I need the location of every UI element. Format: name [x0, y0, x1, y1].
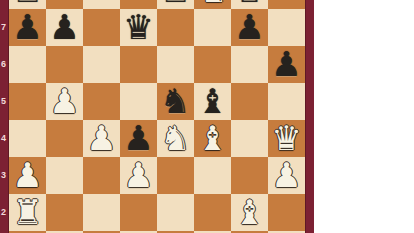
square-c6[interactable]: [83, 46, 120, 83]
piece-black-knight[interactable]: ♞: [157, 83, 194, 120]
square-h3[interactable]: ♟: [268, 157, 305, 194]
square-b3[interactable]: [46, 157, 83, 194]
square-h5[interactable]: [268, 83, 305, 120]
square-b7[interactable]: ♟: [46, 9, 83, 46]
square-g2[interactable]: ♝: [231, 194, 268, 231]
piece-black-queen[interactable]: ♛: [120, 9, 157, 46]
rank-label-2: 2: [1, 206, 9, 218]
square-e3[interactable]: [157, 157, 194, 194]
square-d7[interactable]: ♛: [120, 9, 157, 46]
square-e5[interactable]: ♞: [157, 83, 194, 120]
square-c1[interactable]: [83, 231, 120, 233]
piece-black-pawn[interactable]: ♟: [231, 9, 268, 46]
square-a1[interactable]: [9, 231, 46, 233]
square-d1[interactable]: [120, 231, 157, 233]
square-g1[interactable]: ♚: [231, 231, 268, 233]
chessboard-screenshot: 87654321 ♜♜♞♚♟♟♛♟♟♟♞♝♟♟♞♝♛♟♟♟♜♝♜♚: [0, 0, 414, 233]
square-a6[interactable]: [9, 46, 46, 83]
square-b4[interactable]: [46, 120, 83, 157]
chess-board[interactable]: ♜♜♞♚♟♟♛♟♟♟♞♝♟♟♞♝♛♟♟♟♜♝♜♚: [9, 0, 305, 233]
piece-black-pawn[interactable]: ♟: [120, 120, 157, 157]
square-h7[interactable]: [268, 9, 305, 46]
square-e4[interactable]: ♞: [157, 120, 194, 157]
piece-white-pawn[interactable]: ♟: [268, 157, 305, 194]
square-c5[interactable]: [83, 83, 120, 120]
square-c8[interactable]: [83, 0, 120, 9]
square-d6[interactable]: [120, 46, 157, 83]
square-h6[interactable]: ♟: [268, 46, 305, 83]
piece-black-rook[interactable]: ♜: [157, 0, 194, 9]
square-a2[interactable]: ♜: [9, 194, 46, 231]
square-f8[interactable]: ♞: [194, 0, 231, 9]
piece-white-knight[interactable]: ♞: [157, 120, 194, 157]
piece-white-knight[interactable]: ♞: [194, 0, 231, 9]
piece-white-bishop[interactable]: ♝: [231, 194, 268, 231]
square-h4[interactable]: ♛: [268, 120, 305, 157]
square-a5[interactable]: [9, 83, 46, 120]
square-f3[interactable]: [194, 157, 231, 194]
square-h1[interactable]: [268, 231, 305, 233]
square-d4[interactable]: ♟: [120, 120, 157, 157]
square-g3[interactable]: [231, 157, 268, 194]
square-a7[interactable]: ♟: [9, 9, 46, 46]
piece-white-pawn[interactable]: ♟: [9, 157, 46, 194]
square-g6[interactable]: [231, 46, 268, 83]
square-d2[interactable]: [120, 194, 157, 231]
rank-label-3: 3: [1, 169, 9, 181]
square-g7[interactable]: ♟: [231, 9, 268, 46]
square-f2[interactable]: [194, 194, 231, 231]
square-g5[interactable]: [231, 83, 268, 120]
piece-black-bishop[interactable]: ♝: [194, 83, 231, 120]
square-e6[interactable]: [157, 46, 194, 83]
square-f1[interactable]: ♜: [194, 231, 231, 233]
square-h8[interactable]: [268, 0, 305, 9]
square-e7[interactable]: [157, 9, 194, 46]
square-d5[interactable]: [120, 83, 157, 120]
rank-label-5: 5: [1, 95, 9, 107]
piece-white-pawn[interactable]: ♟: [120, 157, 157, 194]
square-b2[interactable]: [46, 194, 83, 231]
square-e1[interactable]: [157, 231, 194, 233]
piece-black-pawn[interactable]: ♟: [9, 9, 46, 46]
rank-label-7: 7: [1, 21, 9, 33]
board-left-border: 87654321: [0, 0, 9, 233]
square-a3[interactable]: ♟: [9, 157, 46, 194]
square-e2[interactable]: [157, 194, 194, 231]
square-c7[interactable]: [83, 9, 120, 46]
rank-label-6: 6: [1, 58, 9, 70]
piece-white-pawn[interactable]: ♟: [46, 83, 83, 120]
rank-label-4: 4: [1, 132, 9, 144]
square-b6[interactable]: [46, 46, 83, 83]
square-b5[interactable]: ♟: [46, 83, 83, 120]
piece-white-rook[interactable]: ♜: [9, 194, 46, 231]
square-e8[interactable]: ♜: [157, 0, 194, 9]
square-f5[interactable]: ♝: [194, 83, 231, 120]
square-c3[interactable]: [83, 157, 120, 194]
piece-white-rook[interactable]: ♜: [194, 231, 231, 233]
piece-black-pawn[interactable]: ♟: [268, 46, 305, 83]
square-b1[interactable]: [46, 231, 83, 233]
piece-white-queen[interactable]: ♛: [268, 120, 305, 157]
square-f7[interactable]: [194, 9, 231, 46]
square-a4[interactable]: [9, 120, 46, 157]
square-c4[interactable]: ♟: [83, 120, 120, 157]
square-f4[interactable]: ♝: [194, 120, 231, 157]
piece-white-king[interactable]: ♚: [231, 231, 268, 233]
piece-white-pawn[interactable]: ♟: [83, 120, 120, 157]
square-d3[interactable]: ♟: [120, 157, 157, 194]
piece-black-pawn[interactable]: ♟: [46, 9, 83, 46]
square-h2[interactable]: [268, 194, 305, 231]
square-g4[interactable]: [231, 120, 268, 157]
square-f6[interactable]: [194, 46, 231, 83]
board-right-border: [305, 0, 314, 233]
square-c2[interactable]: [83, 194, 120, 231]
piece-white-bishop[interactable]: ♝: [194, 120, 231, 157]
